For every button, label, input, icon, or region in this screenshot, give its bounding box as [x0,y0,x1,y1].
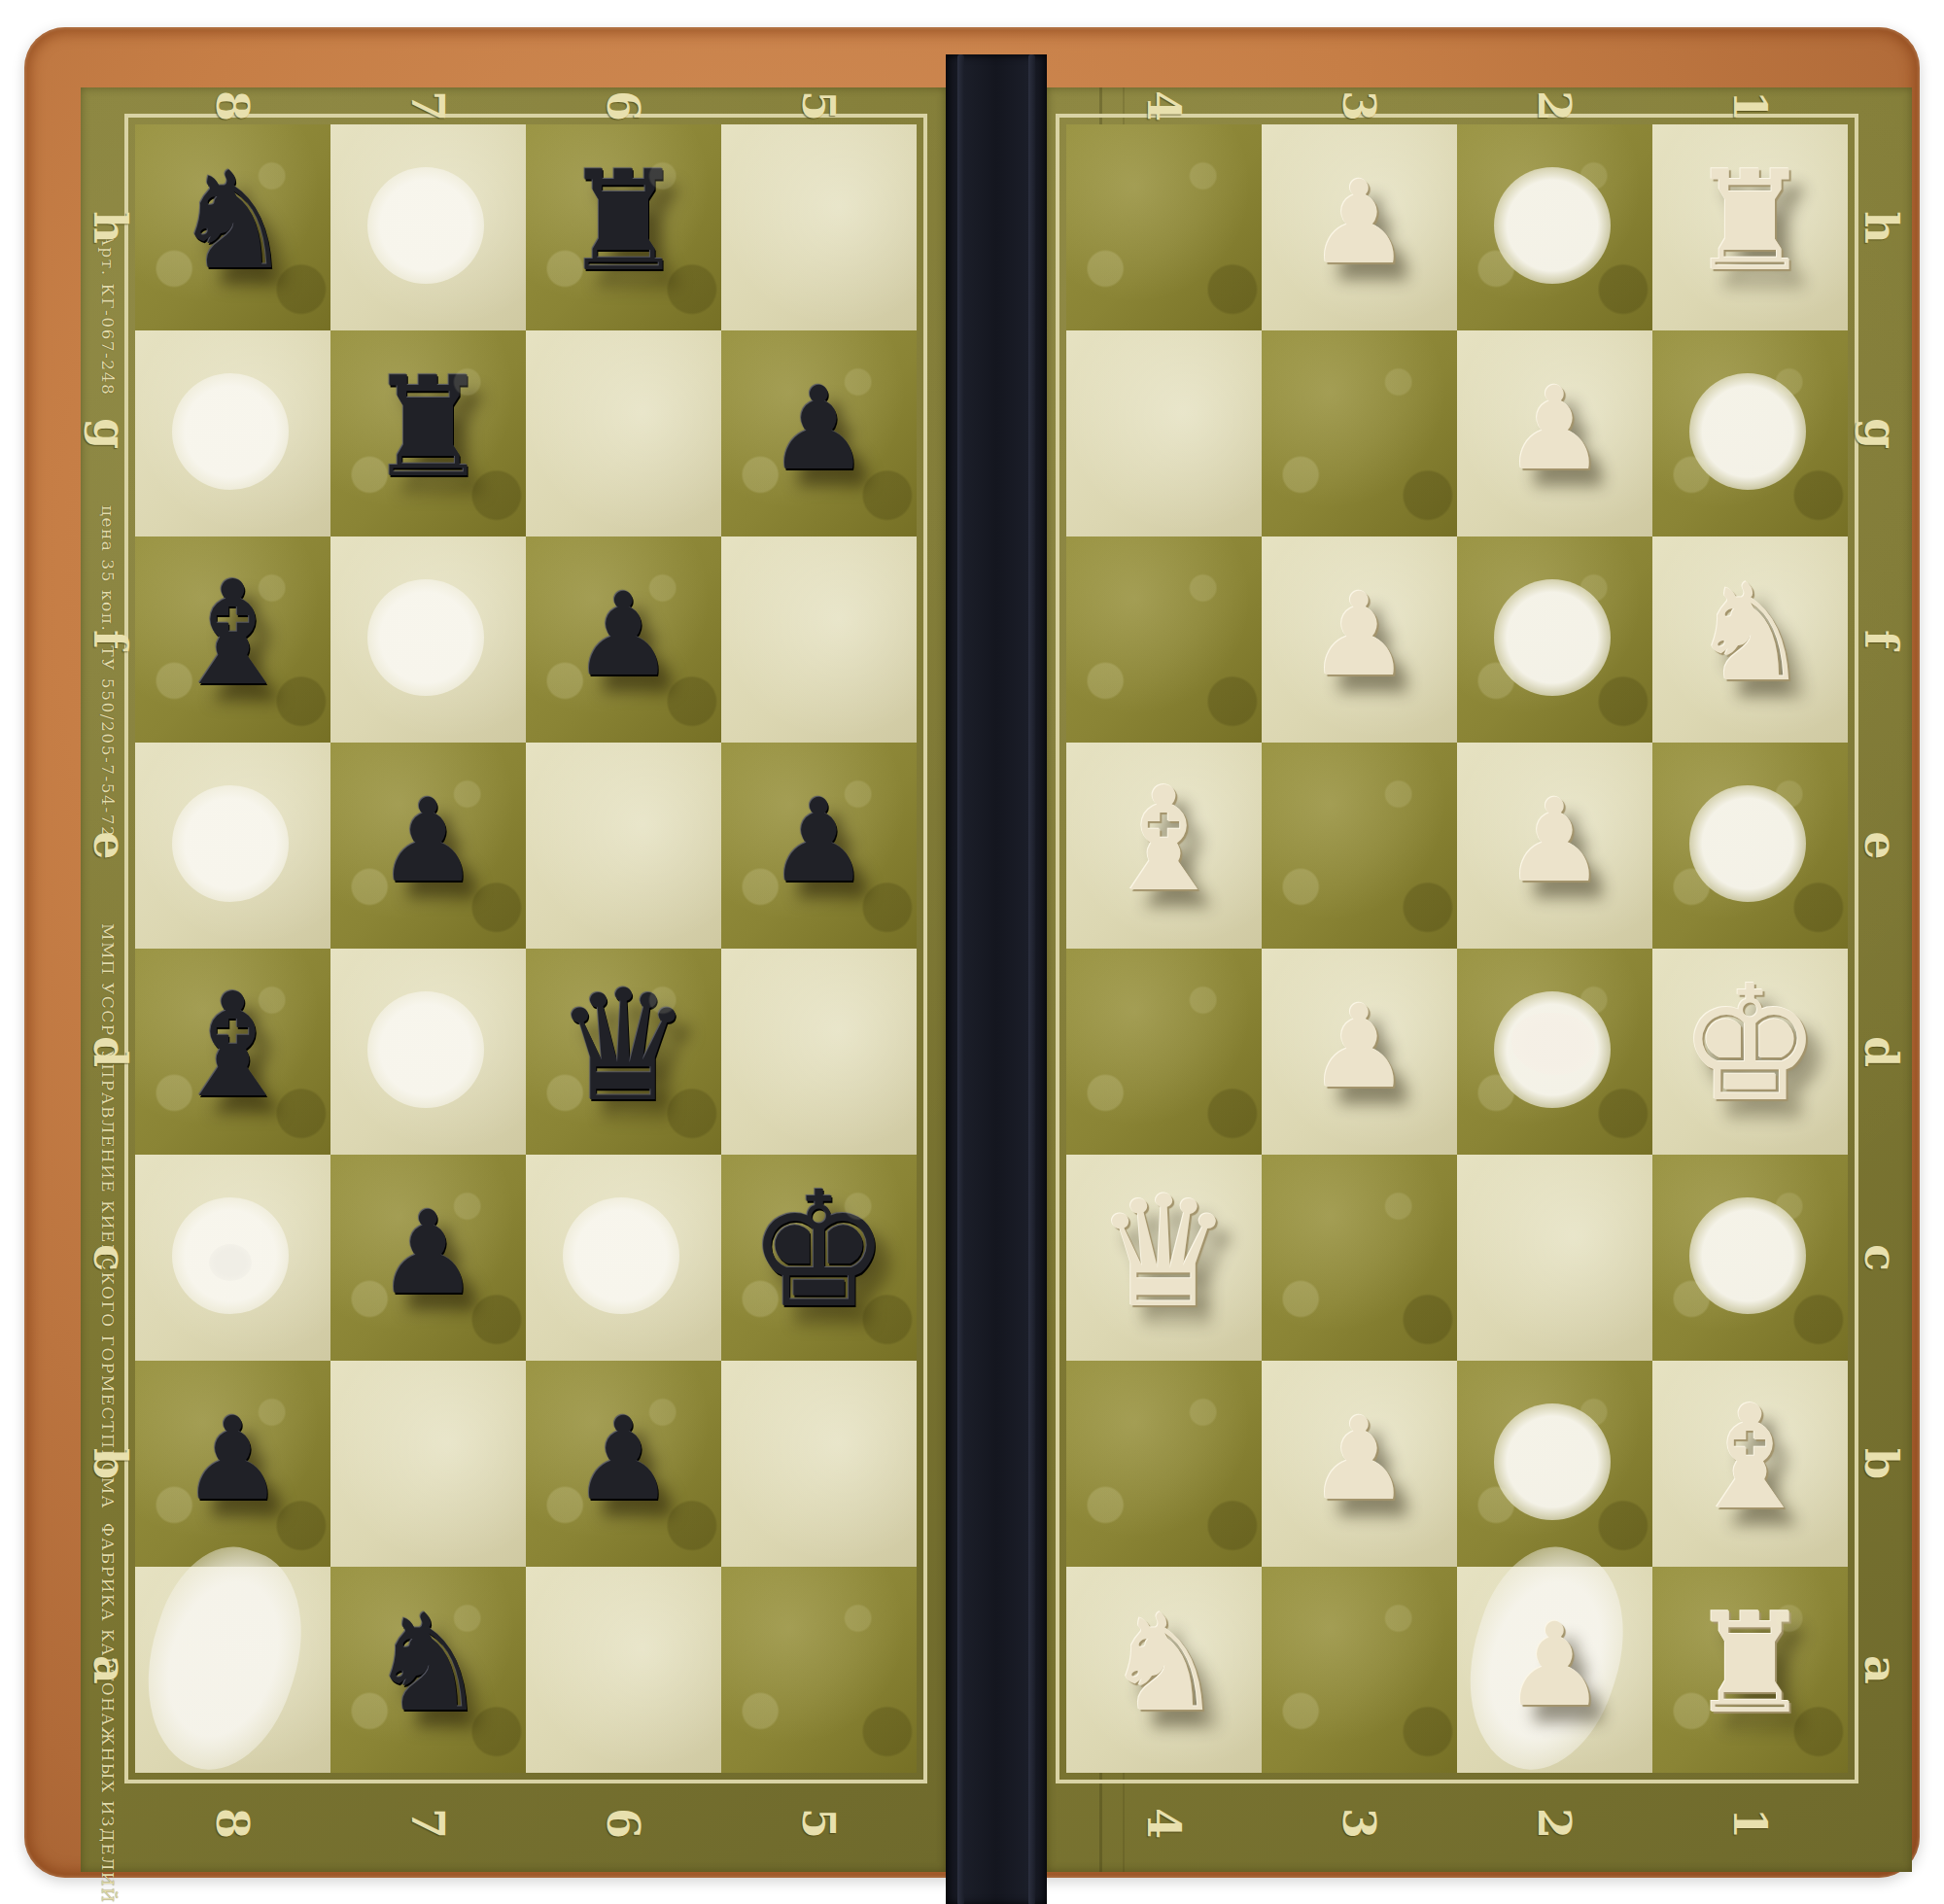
file-label-right-g: g [1855,418,1907,449]
square-b3[interactable]: ♟ [1262,1361,1457,1567]
piece-white-bishop[interactable]: ♝ [1685,1386,1815,1530]
file-label-left-b: b [84,1448,136,1479]
square-f4[interactable] [1066,537,1262,743]
square-h5[interactable] [721,124,917,330]
square-e2[interactable]: ♟ [1457,743,1652,949]
square-b7[interactable] [330,1361,526,1567]
square-e3[interactable] [1262,743,1457,949]
price-text: цена 35 коп. ТУ 550/205-7-54-72 [98,505,118,838]
piece-black-knight[interactable]: ♞ [173,155,294,289]
square-h3[interactable]: ♟ [1262,124,1457,330]
square-f5[interactable] [721,537,917,743]
file-label-left-d: d [84,1036,136,1067]
rank-label-bottom-8: 8 [206,1808,259,1839]
piece-white-pawn[interactable]: ♟ [1504,783,1607,898]
rank-label-bottom-7: 7 [401,1808,454,1839]
piece-black-pawn[interactable]: ♟ [768,371,871,486]
piece-black-pawn[interactable]: ♟ [377,1195,480,1310]
wear-patch-white [367,579,484,696]
rank-label-top-2: 2 [1528,90,1580,121]
rank-label-bottom-6: 6 [597,1808,649,1839]
folding-chess-board: Арт. КГ-067-248 цена 35 коп. ТУ 550/205-… [24,27,1920,1878]
square-g2[interactable]: ♟ [1457,330,1652,537]
file-label-right-a: a [1855,1655,1907,1684]
rank-label-bottom-2: 2 [1528,1808,1580,1839]
square-g6[interactable] [526,330,721,537]
file-label-left-h: h [84,211,136,243]
square-a5[interactable] [721,1567,917,1773]
piece-black-rook[interactable]: ♜ [366,359,490,497]
square-a8[interactable] [135,1567,330,1773]
file-label-left-a: a [84,1655,136,1684]
piece-white-pawn[interactable]: ♟ [1308,989,1411,1104]
square-c6[interactable] [526,1155,721,1361]
board-grid-right: ♟♜♟♟♞♝♟♟♚♛♟♝♞♟♜ [1066,124,1848,1773]
wear-patch-red [1511,1013,1595,1075]
spine-ridge [1028,54,1035,1904]
piece-black-knight[interactable]: ♞ [368,1597,489,1731]
board-left-half: Арт. КГ-067-248 цена 35 коп. ТУ 550/205-… [81,87,946,1872]
square-g7[interactable]: ♜ [330,330,526,537]
wear-patch-white [172,373,289,490]
square-d3[interactable]: ♟ [1262,949,1457,1155]
square-a3[interactable] [1262,1567,1457,1773]
piece-white-pawn[interactable]: ♟ [1504,371,1607,486]
file-label-left-g: g [84,418,136,449]
rank-label-bottom-5: 5 [792,1808,845,1839]
square-c1[interactable] [1652,1155,1848,1361]
rank-label-top-8: 8 [206,90,259,121]
wear-patch-white [1494,991,1611,1108]
rank-label-top-5: 5 [792,90,845,121]
piece-white-pawn[interactable]: ♟ [1308,165,1411,280]
rank-label-top-6: 6 [597,90,649,121]
square-b4[interactable] [1066,1361,1262,1567]
square-f3[interactable]: ♟ [1262,537,1457,743]
file-label-left-e: e [84,831,136,859]
wear-patch-white [1494,1403,1611,1520]
rank-label-top-7: 7 [401,90,454,121]
piece-white-pawn[interactable]: ♟ [1504,1608,1607,1722]
board-right-half: ♟♜♟♟♞♝♟♟♚♛♟♝♞♟♜ 44332211hgfedcba [1047,87,1912,1872]
wear-patch-spot [209,1244,252,1281]
board-grid-left: ♞♜♜♟♝♟♟♟♝♛♟♚♟♟♞ [135,124,917,1773]
wear-patch-white [172,785,289,902]
square-b2[interactable] [1457,1361,1652,1567]
piece-black-queen[interactable]: ♛ [555,969,693,1123]
square-a7[interactable]: ♞ [330,1567,526,1773]
square-e4[interactable]: ♝ [1066,743,1262,949]
wear-patch-white [1689,785,1806,902]
piece-black-rook[interactable]: ♜ [562,153,685,291]
square-d1[interactable]: ♚ [1652,949,1848,1155]
wear-patch-streak [120,1530,328,1787]
file-label-left-f: f [84,630,136,649]
wear-patch-white [1494,167,1611,284]
file-label-left-c: c [84,1244,136,1271]
square-c7[interactable]: ♟ [330,1155,526,1361]
piece-black-pawn[interactable]: ♟ [573,577,676,692]
article-number-text: Арт. КГ-067-248 [98,233,118,396]
square-c4[interactable]: ♛ [1066,1155,1262,1361]
rank-label-top-1: 1 [1723,90,1776,121]
wear-patch-white [367,167,484,284]
square-a2[interactable]: ♟ [1457,1567,1652,1773]
square-d7[interactable] [330,949,526,1155]
square-a4[interactable]: ♞ [1066,1567,1262,1773]
square-g1[interactable] [1652,330,1848,537]
wear-patch-white [367,991,484,1108]
square-e1[interactable] [1652,743,1848,949]
piece-white-knight[interactable]: ♞ [1690,567,1811,701]
square-f8[interactable]: ♝ [135,537,330,743]
square-f1[interactable]: ♞ [1652,537,1848,743]
file-label-right-f: f [1855,630,1907,649]
factory-text: ММП УССР УПРАВЛЕНИЕ КИЕВСКОГО ГОРМЕСТПРО… [98,923,118,1904]
piece-black-pawn[interactable]: ♟ [182,1402,285,1516]
piece-white-rook[interactable]: ♜ [1688,153,1812,291]
wear-patch-white [563,1197,679,1314]
square-g8[interactable] [135,330,330,537]
square-e7[interactable]: ♟ [330,743,526,949]
square-f7[interactable] [330,537,526,743]
spine-ridge [957,54,964,1904]
wear-patch-white [1689,1197,1806,1314]
piece-white-pawn[interactable]: ♟ [1308,1402,1411,1516]
square-e5[interactable]: ♟ [721,743,917,949]
piece-white-queen[interactable]: ♛ [1095,1175,1233,1329]
square-d5[interactable] [721,949,917,1155]
piece-black-bishop[interactable]: ♝ [168,974,297,1118]
board-spine [946,54,1047,1904]
square-f2[interactable] [1457,537,1652,743]
wear-patch-white [172,1197,289,1314]
square-h2[interactable] [1457,124,1652,330]
square-g4[interactable] [1066,330,1262,537]
square-c2[interactable] [1457,1155,1652,1361]
square-b5[interactable] [721,1361,917,1567]
square-h6[interactable]: ♜ [526,124,721,330]
square-c3[interactable] [1262,1155,1457,1361]
file-label-right-d: d [1855,1036,1907,1067]
rank-label-bottom-4: 4 [1137,1808,1190,1839]
square-b1[interactable]: ♝ [1652,1361,1848,1567]
piece-white-knight[interactable]: ♞ [1104,1597,1225,1731]
square-e8[interactable] [135,743,330,949]
piece-black-pawn[interactable]: ♟ [573,1402,676,1516]
square-c5[interactable]: ♚ [721,1155,917,1361]
piece-white-bishop[interactable]: ♝ [1099,768,1229,912]
square-a1[interactable]: ♜ [1652,1567,1848,1773]
piece-black-bishop[interactable]: ♝ [168,562,297,706]
square-h8[interactable]: ♞ [135,124,330,330]
square-d2[interactable] [1457,949,1652,1155]
square-d6[interactable]: ♛ [526,949,721,1155]
rank-label-bottom-1: 1 [1723,1808,1776,1839]
piece-black-pawn[interactable]: ♟ [377,783,480,898]
square-a6[interactable] [526,1567,721,1773]
square-g5[interactable]: ♟ [721,330,917,537]
file-label-right-h: h [1855,211,1907,243]
piece-black-king[interactable]: ♚ [747,1171,890,1331]
square-h1[interactable]: ♜ [1652,124,1848,330]
wear-patch-white [1689,373,1806,490]
square-e6[interactable] [526,743,721,949]
piece-white-pawn[interactable]: ♟ [1308,577,1411,692]
rank-label-bottom-3: 3 [1333,1808,1385,1839]
file-label-right-b: b [1855,1448,1907,1479]
file-label-right-e: e [1855,831,1907,859]
wear-patch-white [1494,579,1611,696]
rank-label-top-3: 3 [1333,90,1385,121]
square-h4[interactable] [1066,124,1262,330]
piece-black-pawn[interactable]: ♟ [768,783,871,898]
square-b6[interactable]: ♟ [526,1361,721,1567]
square-d8[interactable]: ♝ [135,949,330,1155]
square-c8[interactable] [135,1155,330,1361]
piece-white-king[interactable]: ♚ [1679,965,1822,1125]
square-h7[interactable] [330,124,526,330]
piece-white-rook[interactable]: ♜ [1688,1595,1812,1733]
square-f6[interactable]: ♟ [526,537,721,743]
square-b8[interactable]: ♟ [135,1361,330,1567]
square-d4[interactable] [1066,949,1262,1155]
rank-label-top-4: 4 [1137,90,1190,121]
square-g3[interactable] [1262,330,1457,537]
file-label-right-c: c [1855,1244,1907,1271]
